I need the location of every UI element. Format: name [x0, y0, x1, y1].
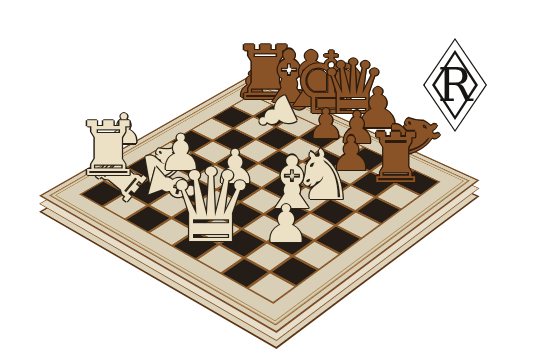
- chess-board: [39, 76, 479, 333]
- board-grid: [79, 94, 440, 304]
- logo-letter: R: [423, 38, 487, 132]
- chess-illustration: ♜♟♟♟♛♝♞♟♜♞♝♟♜♟♝♝♚♛♟♟♟♟♜♝♞ R: [0, 0, 533, 356]
- diamond-r-logo: R: [423, 38, 487, 132]
